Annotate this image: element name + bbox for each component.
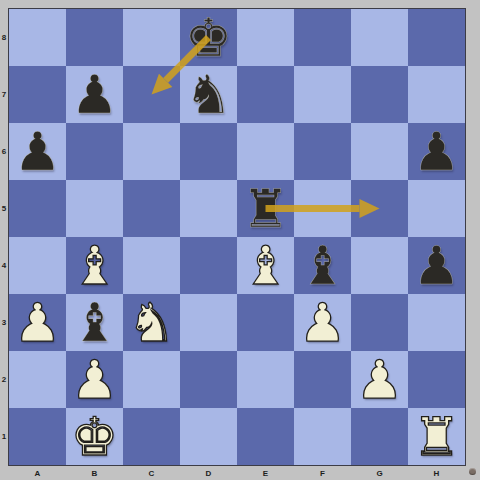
piece-black-pawn-h6[interactable]: ♟: [408, 123, 465, 180]
piece-black-pawn-a6[interactable]: ♟: [9, 123, 66, 180]
piece-white-knight-c3[interactable]: ♞: [123, 294, 180, 351]
square-g8[interactable]: [351, 9, 408, 66]
square-e1[interactable]: [237, 408, 294, 465]
square-d1[interactable]: [180, 408, 237, 465]
piece-white-bishop-e4[interactable]: ♝: [237, 237, 294, 294]
square-d2[interactable]: [180, 351, 237, 408]
rank-label-1: 1: [0, 408, 8, 465]
square-e2[interactable]: [237, 351, 294, 408]
square-g7[interactable]: [351, 66, 408, 123]
square-c7[interactable]: [123, 66, 180, 123]
piece-black-bishop-f4[interactable]: ♝: [294, 237, 351, 294]
square-f2[interactable]: [294, 351, 351, 408]
square-e6[interactable]: [237, 123, 294, 180]
piece-white-pawn-f3[interactable]: ♟: [294, 294, 351, 351]
piece-black-pawn-b7[interactable]: ♟: [66, 66, 123, 123]
piece-black-knight-d7[interactable]: ♞: [180, 66, 237, 123]
square-f6[interactable]: [294, 123, 351, 180]
square-d4[interactable]: [180, 237, 237, 294]
piece-white-rook-h1[interactable]: ♜: [408, 408, 465, 465]
square-h8[interactable]: [408, 9, 465, 66]
square-a8[interactable]: [9, 9, 66, 66]
marker-dot: [469, 468, 476, 475]
piece-black-bishop-b3[interactable]: ♝: [66, 294, 123, 351]
square-a2[interactable]: [9, 351, 66, 408]
square-b6[interactable]: [66, 123, 123, 180]
piece-white-king-b1[interactable]: ♚: [66, 408, 123, 465]
square-c1[interactable]: [123, 408, 180, 465]
square-a1[interactable]: [9, 408, 66, 465]
square-d6[interactable]: [180, 123, 237, 180]
square-g4[interactable]: [351, 237, 408, 294]
rank-label-3: 3: [0, 294, 8, 351]
square-g6[interactable]: [351, 123, 408, 180]
square-h3[interactable]: [408, 294, 465, 351]
square-c6[interactable]: [123, 123, 180, 180]
piece-black-rook-e5[interactable]: ♜: [237, 180, 294, 237]
piece-white-bishop-b4[interactable]: ♝: [66, 237, 123, 294]
piece-black-king-d8[interactable]: ♚: [180, 9, 237, 66]
board-frame: 87654321 ABCDEFGH ♚♟♞♟♟♜♝♝♝♟♟♝♞♟♟♟♚♜: [0, 0, 480, 480]
file-label-d: D: [180, 466, 237, 480]
piece-white-pawn-a3[interactable]: ♟: [9, 294, 66, 351]
square-e8[interactable]: [237, 9, 294, 66]
square-h5[interactable]: [408, 180, 465, 237]
square-h7[interactable]: [408, 66, 465, 123]
square-f8[interactable]: [294, 9, 351, 66]
square-f7[interactable]: [294, 66, 351, 123]
rank-label-2: 2: [0, 351, 8, 408]
square-f5[interactable]: [294, 180, 351, 237]
square-g1[interactable]: [351, 408, 408, 465]
piece-white-pawn-b2[interactable]: ♟: [66, 351, 123, 408]
rank-label-8: 8: [0, 9, 8, 66]
square-d3[interactable]: [180, 294, 237, 351]
file-label-c: C: [123, 466, 180, 480]
square-e3[interactable]: [237, 294, 294, 351]
square-a5[interactable]: [9, 180, 66, 237]
square-b8[interactable]: [66, 9, 123, 66]
rank-label-7: 7: [0, 66, 8, 123]
piece-white-pawn-g2[interactable]: ♟: [351, 351, 408, 408]
file-label-g: G: [351, 466, 408, 480]
square-h2[interactable]: [408, 351, 465, 408]
square-c2[interactable]: [123, 351, 180, 408]
square-a7[interactable]: [9, 66, 66, 123]
square-c4[interactable]: [123, 237, 180, 294]
rank-label-4: 4: [0, 237, 8, 294]
square-g5[interactable]: [351, 180, 408, 237]
file-label-a: A: [9, 466, 66, 480]
square-e7[interactable]: [237, 66, 294, 123]
square-c5[interactable]: [123, 180, 180, 237]
rank-label-5: 5: [0, 180, 8, 237]
square-c8[interactable]: [123, 9, 180, 66]
square-d5[interactable]: [180, 180, 237, 237]
square-a4[interactable]: [9, 237, 66, 294]
file-label-b: B: [66, 466, 123, 480]
square-g3[interactable]: [351, 294, 408, 351]
rank-label-6: 6: [0, 123, 8, 180]
square-f1[interactable]: [294, 408, 351, 465]
file-label-e: E: [237, 466, 294, 480]
square-b5[interactable]: [66, 180, 123, 237]
file-label-h: H: [408, 466, 465, 480]
piece-black-pawn-h4[interactable]: ♟: [408, 237, 465, 294]
file-label-f: F: [294, 466, 351, 480]
